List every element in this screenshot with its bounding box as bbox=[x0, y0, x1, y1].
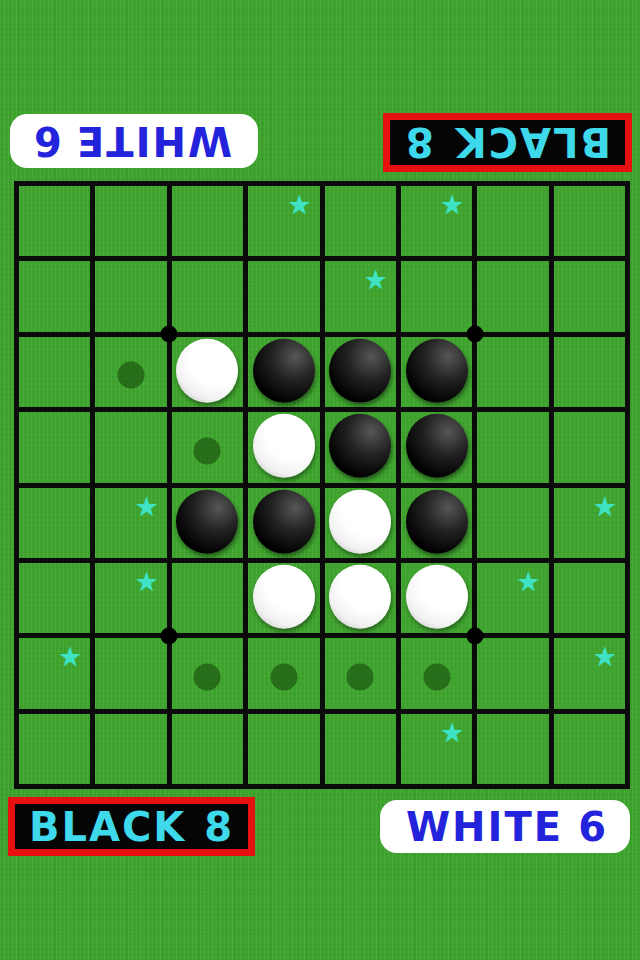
board-cell[interactable] bbox=[19, 714, 90, 784]
board-cell[interactable] bbox=[19, 337, 90, 407]
score-value: 6 bbox=[578, 804, 606, 850]
board-cell[interactable] bbox=[554, 563, 625, 633]
board-cell[interactable]: ★ bbox=[554, 488, 625, 558]
sparkle-star-icon: ★ bbox=[134, 489, 158, 524]
board-cell[interactable] bbox=[172, 563, 243, 633]
score-panel-white-top: WHITE 6 bbox=[10, 114, 258, 168]
board-cell[interactable]: ★ bbox=[325, 261, 396, 331]
sparkle-star-icon: ★ bbox=[134, 564, 158, 599]
board-cell[interactable] bbox=[401, 563, 472, 633]
white-disc bbox=[253, 565, 315, 629]
board-cell[interactable]: ★ bbox=[19, 638, 90, 708]
board-cell[interactable] bbox=[477, 412, 548, 482]
score-panel-white-bottom: WHITE 6 bbox=[380, 800, 630, 853]
board-cell[interactable] bbox=[19, 412, 90, 482]
white-disc bbox=[329, 489, 391, 553]
board-cell[interactable]: ★ bbox=[401, 714, 472, 784]
legal-move-hint bbox=[194, 437, 221, 464]
board-cell[interactable] bbox=[248, 412, 319, 482]
board-cell[interactable] bbox=[325, 563, 396, 633]
white-disc bbox=[253, 414, 315, 478]
board-cell[interactable] bbox=[95, 638, 166, 708]
board-cell[interactable] bbox=[95, 714, 166, 784]
board-cell[interactable] bbox=[401, 488, 472, 558]
board-cell[interactable] bbox=[19, 488, 90, 558]
sparkle-star-icon: ★ bbox=[440, 187, 464, 222]
white-disc bbox=[329, 565, 391, 629]
board-cell[interactable] bbox=[401, 337, 472, 407]
legal-move-hint bbox=[194, 663, 221, 690]
board-cell[interactable] bbox=[248, 337, 319, 407]
board-cell[interactable]: ★ bbox=[401, 186, 472, 256]
board-cell[interactable]: ★ bbox=[248, 186, 319, 256]
legal-move-hint bbox=[347, 663, 374, 690]
board-cell[interactable]: ★ bbox=[477, 563, 548, 633]
score-label: WHITE bbox=[75, 118, 232, 164]
board-cell[interactable] bbox=[248, 714, 319, 784]
board-cell[interactable] bbox=[477, 638, 548, 708]
grid-pip-icon bbox=[466, 326, 483, 343]
board-cell[interactable] bbox=[554, 412, 625, 482]
board-cell[interactable] bbox=[95, 186, 166, 256]
board-cell[interactable] bbox=[172, 638, 243, 708]
board-cell[interactable] bbox=[554, 261, 625, 331]
black-disc bbox=[406, 339, 468, 403]
score-panel-black-top: BLACK 8 bbox=[383, 113, 632, 172]
board-cell[interactable] bbox=[19, 261, 90, 331]
board: ★★★★★★★★★★ bbox=[14, 181, 630, 789]
board-cell[interactable] bbox=[95, 412, 166, 482]
board-cell[interactable] bbox=[172, 714, 243, 784]
sparkle-star-icon: ★ bbox=[440, 715, 464, 750]
board-cell[interactable] bbox=[248, 261, 319, 331]
board-cell[interactable] bbox=[401, 412, 472, 482]
score-value: 6 bbox=[34, 118, 62, 164]
board-cell[interactable] bbox=[172, 261, 243, 331]
board-cell[interactable] bbox=[325, 412, 396, 482]
board-cell[interactable] bbox=[554, 186, 625, 256]
black-disc bbox=[176, 489, 238, 553]
sparkle-star-icon: ★ bbox=[593, 489, 617, 524]
black-disc bbox=[406, 414, 468, 478]
score-value: 8 bbox=[204, 804, 232, 850]
board-cell[interactable] bbox=[554, 714, 625, 784]
legal-move-hint bbox=[423, 663, 450, 690]
board-cell[interactable] bbox=[325, 337, 396, 407]
board-cell[interactable] bbox=[172, 337, 243, 407]
board-cell[interactable] bbox=[248, 563, 319, 633]
legal-move-hint bbox=[118, 362, 145, 389]
board-cell[interactable] bbox=[95, 337, 166, 407]
board-cell[interactable] bbox=[554, 337, 625, 407]
sparkle-star-icon: ★ bbox=[58, 639, 82, 674]
black-disc bbox=[406, 489, 468, 553]
score-label: BLACK bbox=[454, 120, 611, 166]
score-panel-black-bottom: BLACK 8 bbox=[8, 797, 255, 856]
black-disc bbox=[253, 489, 315, 553]
board-cell[interactable] bbox=[401, 638, 472, 708]
board-cell[interactable] bbox=[172, 412, 243, 482]
board-cell[interactable] bbox=[95, 261, 166, 331]
board-cell[interactable]: ★ bbox=[554, 638, 625, 708]
board-cell[interactable] bbox=[172, 186, 243, 256]
grid-pip-icon bbox=[161, 627, 178, 644]
sparkle-star-icon: ★ bbox=[287, 187, 311, 222]
board-cell[interactable] bbox=[477, 186, 548, 256]
board-cell[interactable] bbox=[325, 714, 396, 784]
score-label: WHITE bbox=[406, 804, 563, 850]
grid-pip-icon bbox=[161, 326, 178, 343]
black-disc bbox=[253, 339, 315, 403]
score-value: 8 bbox=[406, 120, 434, 166]
score-label: BLACK bbox=[29, 804, 186, 850]
board-cell[interactable] bbox=[19, 186, 90, 256]
board-cell[interactable] bbox=[477, 261, 548, 331]
black-disc bbox=[329, 414, 391, 478]
board-cell[interactable] bbox=[325, 488, 396, 558]
board-cell[interactable] bbox=[172, 488, 243, 558]
app-background: { "game": "othello-reversi", "turn": "bl… bbox=[0, 0, 640, 960]
board-cell[interactable] bbox=[325, 186, 396, 256]
board-cell[interactable] bbox=[248, 488, 319, 558]
board-cell[interactable] bbox=[477, 488, 548, 558]
board-cell[interactable] bbox=[248, 638, 319, 708]
sparkle-star-icon: ★ bbox=[516, 564, 540, 599]
board-cell[interactable] bbox=[19, 563, 90, 633]
board-cell[interactable] bbox=[325, 638, 396, 708]
sparkle-star-icon: ★ bbox=[364, 262, 388, 297]
black-disc bbox=[329, 339, 391, 403]
board-cell[interactable] bbox=[477, 714, 548, 784]
sparkle-star-icon: ★ bbox=[593, 639, 617, 674]
white-disc bbox=[406, 565, 468, 629]
board-cell[interactable]: ★ bbox=[95, 563, 166, 633]
board-cell[interactable] bbox=[401, 261, 472, 331]
grid-pip-icon bbox=[466, 627, 483, 644]
board-cell[interactable] bbox=[477, 337, 548, 407]
board-cell[interactable]: ★ bbox=[95, 488, 166, 558]
legal-move-hint bbox=[270, 663, 297, 690]
white-disc bbox=[176, 339, 238, 403]
